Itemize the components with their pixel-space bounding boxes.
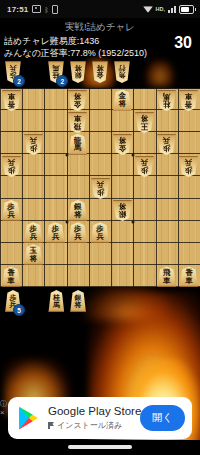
koma-32-gote[interactable]: 王将 — [135, 112, 154, 133]
wifi-icon — [143, 6, 153, 12]
koma-88-sente[interactable]: 玉将 — [24, 244, 43, 265]
koma-67-sente[interactable]: 歩兵 — [68, 222, 87, 243]
countdown-timer: 30 — [174, 34, 192, 52]
battery-icon — [179, 5, 194, 14]
page-title: 実戦!詰めチャレ — [0, 21, 200, 34]
sente-hand-銀将[interactable]: 銀将 — [69, 289, 89, 315]
ad-close-icon[interactable]: × — [0, 409, 5, 417]
sente-hand-tray[interactable]: 歩兵5桂馬銀将 — [0, 289, 200, 319]
home-indicator[interactable] — [68, 445, 132, 449]
banner-title: Google Play Store — [48, 405, 140, 418]
vibrate-icon — [52, 5, 58, 14]
sente-hand-歩兵[interactable]: 歩兵5 — [4, 289, 24, 315]
koma-87-sente[interactable]: 歩兵 — [24, 222, 43, 243]
status-bar: 17:51 ᛒ HD, — [0, 0, 200, 18]
gote-hand-角行[interactable]: 角行 — [113, 60, 133, 86]
screenshot-icon — [32, 5, 41, 13]
clock: 17:51 — [7, 5, 28, 14]
koma-63-sente[interactable]: 龍馬 — [68, 134, 87, 155]
hand-count-badge: 2 — [13, 75, 25, 87]
shogi-board[interactable]: 香車金将金将桂馬香車飛車王将歩兵龍馬金将歩兵歩兵歩兵歩兵歩兵歩兵銀将銀将歩兵歩兵… — [0, 88, 200, 287]
open-app-button[interactable]: 開く — [140, 405, 185, 431]
bluetooth-icon: ᛒ — [44, 6, 48, 13]
hand-count-badge: 2 — [56, 75, 68, 87]
google-play-icon — [15, 405, 41, 431]
koma-29-sente[interactable]: 飛車 — [157, 266, 176, 287]
koma-77-sente[interactable]: 歩兵 — [46, 222, 65, 243]
koma-57-sente[interactable]: 歩兵 — [91, 222, 110, 243]
koma-41-sente[interactable]: 金将 — [113, 90, 132, 111]
hoshi-dot — [65, 154, 68, 157]
gote-hand-歩兵[interactable]: 歩兵2 — [4, 60, 24, 86]
hd-label: HD, — [156, 6, 165, 12]
hand-count-badge: 5 — [13, 304, 25, 316]
answer-rate-label: みんなの正答率:77.8% (1952/2510) — [4, 47, 147, 60]
signal-bars-icon — [168, 6, 176, 13]
hoshi-dot — [65, 220, 68, 223]
hoshi-dot — [132, 154, 135, 157]
banner-subtitle: インストール済み — [57, 420, 122, 431]
koma-96-sente[interactable]: 歩兵 — [2, 200, 21, 221]
gote-hand-桂馬[interactable]: 桂馬2 — [47, 60, 67, 86]
koma-66-sente[interactable]: 銀将 — [68, 200, 87, 221]
gote-hand-銀将[interactable]: 銀将 — [69, 60, 89, 86]
gote-hand-金将[interactable]: 金将 — [91, 60, 111, 86]
sente-hand-桂馬[interactable]: 桂馬 — [47, 289, 67, 315]
gote-hand-tray[interactable]: 歩兵2桂馬2銀将金将角行 — [0, 60, 200, 90]
installed-icon — [48, 422, 54, 429]
koma-19-sente[interactable]: 香車 — [179, 266, 198, 287]
ad-info-icon[interactable]: ⓘ — [0, 400, 7, 407]
hoshi-dot — [132, 220, 135, 223]
koma-99-sente[interactable]: 香車 — [2, 266, 21, 287]
koma-34-gote[interactable]: 歩兵 — [135, 156, 154, 177]
ad-banner[interactable]: Google Play Store インストール済み 開く — [8, 397, 192, 439]
